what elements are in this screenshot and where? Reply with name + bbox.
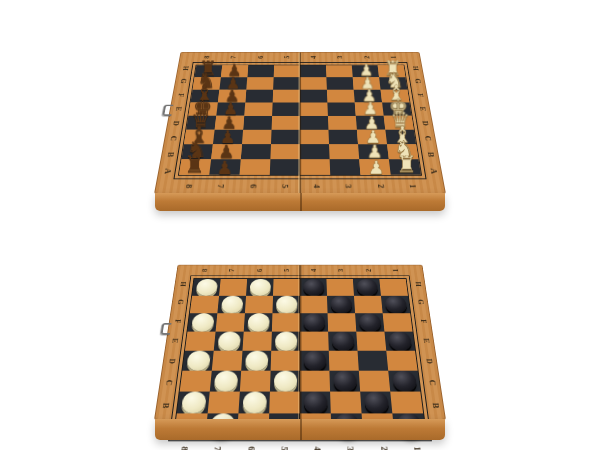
square-c6	[240, 371, 271, 392]
coordinate-label: A	[422, 164, 443, 178]
square-c4	[300, 371, 330, 392]
square-d7: ♟	[215, 116, 245, 130]
chess-top-numbers: 87654321	[193, 53, 407, 63]
square-g2	[354, 296, 383, 314]
coordinate-label: F	[411, 315, 435, 327]
square-f6	[244, 313, 273, 331]
board-front-edge	[155, 193, 445, 211]
coordinate-label: D	[416, 354, 442, 367]
product-photo-scene: 87654321 HGFEDCBA ♜♟♟♜♞♟♟♞♝♟♟♝♚♟♟♚♛♟♟♛♝♟…	[0, 0, 600, 450]
checkers-board-face: 87654321 HGFEDCBA HGFEDCBA 87654321	[154, 265, 446, 420]
chess-piece-white-p-f2: ♟	[361, 87, 376, 104]
square-b8: ♞	[182, 144, 213, 159]
chess-piece-black-p-b7: ♟	[218, 143, 234, 161]
square-f1: ♝	[381, 90, 410, 103]
square-g5	[272, 296, 300, 314]
square-f7	[216, 313, 245, 331]
black-checker-b2	[364, 392, 389, 414]
square-g4	[300, 296, 328, 314]
chess-board-face: 87654321 HGFEDCBA ♜♟♟♜♞♟♟♞♝♟♟♝♚♟♟♚♛♟♟♛♝♟…	[154, 52, 446, 194]
square-c3	[329, 371, 360, 392]
white-checker-h6	[249, 279, 270, 296]
square-h3	[326, 279, 354, 296]
square-g1: ♞	[379, 77, 407, 89]
chess-piece-white-p-d2: ♟	[363, 114, 379, 131]
white-checker-d6	[245, 351, 268, 371]
coordinate-label: 3	[333, 47, 347, 68]
square-c4	[300, 130, 329, 144]
coordinate-label: E	[162, 334, 187, 347]
white-checker-f8	[191, 313, 215, 331]
square-g3	[326, 77, 353, 89]
chess-piece-white-p-e2: ♟	[362, 100, 377, 117]
square-h2	[353, 279, 381, 296]
square-h5	[273, 279, 300, 296]
square-d3	[329, 351, 359, 371]
square-e5	[271, 332, 300, 351]
square-g1	[381, 296, 410, 314]
black-checker-b4	[303, 392, 327, 414]
coordinate-label: E	[168, 103, 187, 115]
coordinate-label: E	[413, 103, 432, 115]
square-b4	[300, 392, 331, 414]
square-c2: ♟	[357, 130, 387, 144]
square-e4	[300, 332, 329, 351]
square-b5	[269, 392, 300, 414]
square-h7	[219, 279, 247, 296]
square-e2	[356, 332, 386, 351]
square-c5	[271, 130, 300, 144]
square-b6	[238, 392, 269, 414]
square-f3	[327, 90, 355, 103]
square-b8	[177, 392, 210, 414]
white-checker-b8	[180, 392, 206, 414]
square-e8: ♚	[188, 103, 217, 116]
square-f6	[245, 90, 273, 103]
coordinate-label: 4	[307, 47, 320, 68]
chess-piece-white-n-b1: ♞	[394, 138, 415, 161]
square-c2	[359, 371, 390, 392]
board-front-edge	[155, 419, 445, 440]
square-g7: ♟	[219, 77, 247, 89]
coordinate-label: 2	[359, 47, 373, 68]
square-g8	[190, 296, 219, 314]
square-b7	[208, 392, 240, 414]
coordinate-label: 7	[226, 47, 240, 68]
white-checker-f6	[247, 313, 269, 331]
square-d2: ♟	[356, 116, 386, 130]
coordinate-label: G	[168, 296, 192, 308]
square-d2	[358, 351, 389, 371]
chess-piece-black-n-b8: ♞	[186, 138, 207, 161]
coordinate-label: G	[408, 76, 426, 87]
square-g6	[245, 296, 273, 314]
coordinate-label: 5	[280, 47, 293, 68]
square-e4	[300, 103, 328, 116]
chess-piece-black-p-d7: ♟	[221, 114, 237, 131]
square-f2: ♟	[354, 90, 382, 103]
coordinate-label: B	[420, 148, 441, 161]
square-g8: ♞	[193, 77, 221, 89]
coordinate-label: F	[171, 89, 190, 100]
square-e7	[214, 332, 244, 351]
square-d3	[328, 116, 357, 130]
chess-piece-white-p-b2: ♟	[366, 143, 382, 161]
square-f4	[300, 90, 327, 103]
coordinate-label: D	[165, 117, 185, 129]
square-f2	[355, 313, 384, 331]
square-c5	[270, 371, 300, 392]
coordinate-label: A	[156, 164, 177, 178]
black-checker-h2	[356, 279, 378, 296]
white-checker-e7	[217, 332, 241, 351]
coordinate-label: D	[415, 117, 435, 129]
square-e1	[384, 332, 415, 351]
coordinate-label: F	[410, 89, 429, 100]
coordinate-label: B	[422, 398, 449, 413]
checkers-top-numbers: 87654321	[190, 265, 409, 275]
square-f5	[273, 90, 300, 103]
chess-piece-black-p-g7: ♟	[225, 75, 240, 91]
chess-piece-black-p-e7: ♟	[222, 100, 237, 117]
black-checker-f2	[358, 313, 381, 331]
white-checker-g7	[220, 296, 243, 314]
coordinate-label: D	[159, 354, 185, 367]
square-b2: ♟	[358, 144, 389, 159]
square-c7	[210, 371, 241, 392]
black-checker-g1	[384, 296, 407, 314]
coordinate-label: C	[419, 376, 445, 390]
coordinate-label: H	[406, 279, 429, 290]
square-e2: ♟	[355, 103, 384, 116]
white-checker-c7	[213, 371, 238, 392]
square-g4	[300, 77, 327, 89]
square-e6	[242, 332, 271, 351]
coordinate-label: C	[417, 132, 437, 145]
coordinate-label: E	[413, 334, 438, 347]
square-f3	[328, 313, 357, 331]
square-f7: ♟	[218, 90, 246, 103]
square-g3	[327, 296, 355, 314]
white-checker-d8	[186, 351, 211, 371]
square-e3	[328, 332, 357, 351]
square-f8: ♝	[191, 90, 220, 103]
black-checker-d4	[303, 351, 326, 371]
square-h8	[192, 279, 221, 296]
square-e5	[272, 103, 300, 116]
square-e7: ♟	[216, 103, 245, 116]
chess-piece-white-p-c2: ♟	[365, 128, 381, 146]
white-checker-g5	[276, 296, 297, 314]
chess-piece-black-p-f7: ♟	[224, 87, 239, 104]
square-d6	[243, 116, 272, 130]
square-g5	[273, 77, 300, 89]
metal-clasp	[161, 323, 172, 335]
checkers-playing-grid	[173, 278, 428, 437]
square-g2: ♟	[353, 77, 381, 89]
square-h4	[300, 279, 327, 296]
white-checker-e5	[274, 332, 296, 351]
square-e8	[185, 332, 216, 351]
square-g6	[246, 77, 273, 89]
checkers-board: 87654321 HGFEDCBA HGFEDCBA 87654321	[154, 224, 446, 442]
square-b1: ♞	[387, 144, 418, 159]
square-b2	[360, 392, 392, 414]
square-d1	[386, 351, 417, 371]
black-checker-f4	[303, 313, 325, 331]
square-e3	[327, 103, 355, 116]
square-e6	[244, 103, 272, 116]
square-c1	[388, 371, 420, 392]
coordinate-label: C	[163, 132, 183, 145]
chess-piece-white-p-g2: ♟	[360, 75, 375, 91]
square-b5	[270, 144, 300, 159]
square-d4	[300, 116, 328, 130]
coordinate-label: 6	[253, 47, 267, 68]
coordinate-label: H	[171, 279, 194, 290]
white-checker-c5	[273, 371, 296, 392]
chess-board: 87654321 HGFEDCBA ♜♟♟♜♞♟♟♞♝♟♟♝♚♟♟♚♛♟♟♛♝♟…	[154, 8, 446, 214]
coordinate-label: H	[176, 63, 194, 74]
coordinate-label: 1	[386, 47, 401, 68]
square-b7: ♟	[211, 144, 242, 159]
coordinate-label: H	[406, 63, 424, 74]
square-b3	[330, 392, 361, 414]
square-d4	[300, 351, 329, 371]
black-checker-c1	[392, 371, 417, 392]
coordinate-label: B	[152, 398, 179, 413]
square-h6	[246, 279, 274, 296]
black-checker-c3	[333, 371, 357, 392]
black-checker-e1	[388, 332, 412, 351]
coordinate-label: G	[408, 296, 432, 308]
chess-piece-black-p-c7: ♟	[219, 128, 235, 146]
square-c6	[242, 130, 272, 144]
square-f1	[383, 313, 413, 331]
coordinate-label: C	[155, 376, 181, 390]
chess-playing-grid: ♜♟♟♜♞♟♟♞♝♟♟♝♚♟♟♚♛♟♟♛♝♟♟♝♞♟♟♞♜♟♟♜	[178, 65, 422, 176]
white-checker-h8	[195, 279, 218, 296]
square-b6	[241, 144, 271, 159]
square-d7	[212, 351, 243, 371]
square-c7: ♟	[213, 130, 243, 144]
square-d5	[272, 116, 300, 130]
square-f4	[300, 313, 328, 331]
square-c1: ♝	[385, 130, 416, 144]
checkers-bottom-numbers: 87654321	[166, 441, 434, 450]
square-d5	[271, 351, 300, 371]
square-d8: ♛	[186, 116, 216, 130]
square-h1	[379, 279, 408, 296]
square-e1: ♚	[382, 103, 411, 116]
square-b4	[300, 144, 330, 159]
square-c8	[180, 371, 212, 392]
coordinate-label: B	[160, 148, 181, 161]
square-b1	[390, 392, 423, 414]
square-f5	[272, 313, 300, 331]
chess-bottom-numbers: 87654321	[171, 179, 429, 193]
black-checker-e3	[331, 332, 354, 351]
black-checker-g3	[330, 296, 352, 314]
square-d1: ♛	[384, 116, 414, 130]
square-c3	[328, 130, 358, 144]
square-c8: ♝	[184, 130, 215, 144]
black-checker-h4	[303, 279, 324, 296]
square-g7	[217, 296, 246, 314]
square-d8	[182, 351, 213, 371]
square-b3	[329, 144, 359, 159]
square-f8	[187, 313, 217, 331]
square-d6	[241, 351, 271, 371]
white-checker-b6	[242, 392, 267, 414]
coordinate-label: G	[173, 76, 191, 87]
